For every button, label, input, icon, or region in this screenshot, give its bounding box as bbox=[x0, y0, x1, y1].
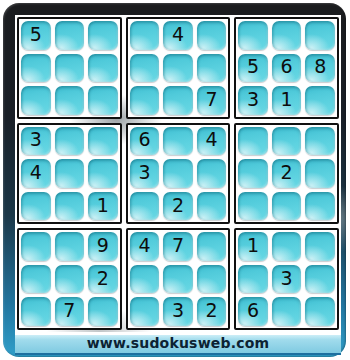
cell-r9c2[interactable]: 7 bbox=[55, 297, 85, 326]
cell-r4c2[interactable] bbox=[55, 127, 85, 156]
given-digit: 6 bbox=[138, 130, 150, 149]
cell-r6c3[interactable]: 1 bbox=[88, 192, 118, 221]
given-digit: 5 bbox=[30, 25, 42, 44]
cell-r8c4[interactable] bbox=[130, 265, 160, 294]
block-1: 5 bbox=[17, 17, 122, 119]
cell-r6c1[interactable] bbox=[21, 192, 51, 221]
block-2: 47 bbox=[126, 17, 231, 119]
cell-r7c3[interactable]: 9 bbox=[88, 232, 118, 261]
cell-r7c8[interactable] bbox=[272, 232, 302, 261]
sudoku-page: 54756831341643229274732136 www.sudokuswe… bbox=[0, 0, 350, 360]
given-digit: 5 bbox=[247, 57, 259, 76]
cell-r8c9[interactable] bbox=[305, 265, 335, 294]
given-digit: 1 bbox=[247, 236, 259, 255]
cell-r1c7[interactable] bbox=[238, 21, 268, 50]
block-4: 341 bbox=[17, 123, 122, 225]
cell-r2c8[interactable]: 6 bbox=[272, 54, 302, 83]
cell-r9c3[interactable] bbox=[88, 297, 118, 326]
cell-r2c9[interactable]: 8 bbox=[305, 54, 335, 83]
cell-r9c5[interactable]: 3 bbox=[163, 297, 193, 326]
given-digit: 1 bbox=[281, 90, 293, 109]
block-7: 927 bbox=[17, 228, 122, 330]
cell-r1c1[interactable]: 5 bbox=[21, 21, 51, 50]
cell-r5c1[interactable]: 4 bbox=[21, 159, 51, 188]
block-8: 4732 bbox=[126, 228, 231, 330]
cell-r7c9[interactable] bbox=[305, 232, 335, 261]
cell-r3c9[interactable] bbox=[305, 86, 335, 115]
cell-r9c8[interactable] bbox=[272, 297, 302, 326]
given-digit: 1 bbox=[97, 196, 109, 215]
cell-r2c1[interactable] bbox=[21, 54, 51, 83]
cell-r6c9[interactable] bbox=[305, 192, 335, 221]
cell-r4c5[interactable] bbox=[163, 127, 193, 156]
cell-r3c2[interactable] bbox=[55, 86, 85, 115]
cell-r6c4[interactable] bbox=[130, 192, 160, 221]
cell-r1c8[interactable] bbox=[272, 21, 302, 50]
cell-r8c5[interactable] bbox=[163, 265, 193, 294]
cell-r3c1[interactable] bbox=[21, 86, 51, 115]
website-label: www.sudokusweb.com bbox=[87, 335, 270, 351]
cell-r8c3[interactable]: 2 bbox=[88, 265, 118, 294]
given-digit: 7 bbox=[205, 90, 217, 109]
cell-r6c6[interactable] bbox=[197, 192, 227, 221]
cell-r9c7[interactable]: 6 bbox=[238, 297, 268, 326]
cell-r5c5[interactable] bbox=[163, 159, 193, 188]
cell-r6c2[interactable] bbox=[55, 192, 85, 221]
cell-r2c7[interactable]: 5 bbox=[238, 54, 268, 83]
cell-r7c6[interactable] bbox=[197, 232, 227, 261]
cell-r1c6[interactable] bbox=[197, 21, 227, 50]
cell-r3c7[interactable]: 3 bbox=[238, 86, 268, 115]
given-digit: 4 bbox=[30, 163, 42, 182]
cell-r5c2[interactable] bbox=[55, 159, 85, 188]
given-digit: 3 bbox=[30, 130, 42, 149]
sudoku-board: 54756831341643229274732136 bbox=[15, 15, 341, 332]
cell-r6c7[interactable] bbox=[238, 192, 268, 221]
cell-r2c2[interactable] bbox=[55, 54, 85, 83]
given-digit: 2 bbox=[97, 269, 109, 288]
cell-r3c8[interactable]: 1 bbox=[272, 86, 302, 115]
given-digit: 2 bbox=[281, 163, 293, 182]
cell-r3c5[interactable] bbox=[163, 86, 193, 115]
cell-r4c3[interactable] bbox=[88, 127, 118, 156]
cell-r1c2[interactable] bbox=[55, 21, 85, 50]
cell-r9c9[interactable] bbox=[305, 297, 335, 326]
cell-r8c6[interactable] bbox=[197, 265, 227, 294]
board-frame: 54756831341643229274732136 www.sudokuswe… bbox=[3, 3, 346, 357]
given-digit: 9 bbox=[97, 236, 109, 255]
cell-r1c3[interactable] bbox=[88, 21, 118, 50]
cell-r8c7[interactable] bbox=[238, 265, 268, 294]
footer-strip: www.sudokusweb.com bbox=[15, 335, 341, 355]
cell-r7c5[interactable]: 7 bbox=[163, 232, 193, 261]
given-digit: 4 bbox=[172, 25, 184, 44]
cell-r4c8[interactable] bbox=[272, 127, 302, 156]
cell-r6c5[interactable]: 2 bbox=[163, 192, 193, 221]
given-digit: 2 bbox=[205, 301, 217, 320]
cell-r7c1[interactable] bbox=[21, 232, 51, 261]
cell-r8c8[interactable]: 3 bbox=[272, 265, 302, 294]
given-digit: 3 bbox=[172, 301, 184, 320]
cell-r7c7[interactable]: 1 bbox=[238, 232, 268, 261]
board-inner: 54756831341643229274732136 www.sudokuswe… bbox=[15, 15, 341, 355]
cell-r1c4[interactable] bbox=[130, 21, 160, 50]
cell-r8c2[interactable] bbox=[55, 265, 85, 294]
given-digit: 6 bbox=[247, 301, 259, 320]
cell-r9c6[interactable]: 2 bbox=[197, 297, 227, 326]
cell-r5c3[interactable] bbox=[88, 159, 118, 188]
block-6: 2 bbox=[234, 123, 339, 225]
cell-r1c9[interactable] bbox=[305, 21, 335, 50]
cell-r4c7[interactable] bbox=[238, 127, 268, 156]
given-digit: 3 bbox=[281, 269, 293, 288]
given-digit: 8 bbox=[314, 57, 326, 76]
given-digit: 6 bbox=[281, 57, 293, 76]
given-digit: 3 bbox=[138, 163, 150, 182]
cell-r1c5[interactable]: 4 bbox=[163, 21, 193, 50]
block-5: 6432 bbox=[126, 123, 231, 225]
block-9: 136 bbox=[234, 228, 339, 330]
given-digit: 2 bbox=[172, 196, 184, 215]
cell-r8c1[interactable] bbox=[21, 265, 51, 294]
cell-r3c6[interactable]: 7 bbox=[197, 86, 227, 115]
cell-r4c6[interactable]: 4 bbox=[197, 127, 227, 156]
cell-r9c1[interactable] bbox=[21, 297, 51, 326]
cell-r5c9[interactable] bbox=[305, 159, 335, 188]
cell-r5c4[interactable]: 3 bbox=[130, 159, 160, 188]
given-digit: 3 bbox=[247, 90, 259, 109]
cell-r2c6[interactable] bbox=[197, 54, 227, 83]
given-digit: 7 bbox=[172, 236, 184, 255]
cell-r9c4[interactable] bbox=[130, 297, 160, 326]
cell-r3c4[interactable] bbox=[130, 86, 160, 115]
cell-r4c1[interactable]: 3 bbox=[21, 127, 51, 156]
cell-r5c7[interactable] bbox=[238, 159, 268, 188]
cell-r5c8[interactable]: 2 bbox=[272, 159, 302, 188]
cell-r3c3[interactable] bbox=[88, 86, 118, 115]
given-digit: 7 bbox=[63, 301, 75, 320]
cell-r6c8[interactable] bbox=[272, 192, 302, 221]
given-digit: 4 bbox=[138, 236, 150, 255]
cell-r7c4[interactable]: 4 bbox=[130, 232, 160, 261]
cell-r4c9[interactable] bbox=[305, 127, 335, 156]
block-3: 56831 bbox=[234, 17, 339, 119]
cell-r7c2[interactable] bbox=[55, 232, 85, 261]
cell-r2c5[interactable] bbox=[163, 54, 193, 83]
cell-r2c4[interactable] bbox=[130, 54, 160, 83]
cell-r4c4[interactable]: 6 bbox=[130, 127, 160, 156]
cell-r5c6[interactable] bbox=[197, 159, 227, 188]
cell-r2c3[interactable] bbox=[88, 54, 118, 83]
given-digit: 4 bbox=[205, 130, 217, 149]
